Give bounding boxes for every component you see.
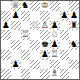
square-a7[interactable] bbox=[1, 11, 11, 21]
white-rook: ♖ bbox=[51, 50, 59, 60]
square-a4[interactable] bbox=[1, 40, 11, 50]
square-g4[interactable] bbox=[60, 40, 70, 50]
black-pawn: ♟ bbox=[41, 50, 49, 60]
black-pawn: ♟ bbox=[51, 40, 59, 50]
white-knight: ♘ bbox=[51, 30, 59, 40]
square-h4[interactable]: ♞ bbox=[69, 40, 79, 50]
white-pawn: ♙ bbox=[41, 21, 49, 31]
square-h1[interactable] bbox=[69, 69, 79, 79]
square-e7[interactable] bbox=[40, 11, 50, 21]
square-g1[interactable] bbox=[60, 69, 70, 79]
square-c4[interactable] bbox=[21, 40, 31, 50]
black-knight: ♞ bbox=[21, 1, 29, 11]
white-knight: ♘ bbox=[31, 21, 39, 31]
square-g6[interactable] bbox=[60, 21, 70, 31]
black-rook: ♜ bbox=[70, 21, 78, 31]
square-g5[interactable] bbox=[60, 30, 70, 40]
square-d7[interactable] bbox=[30, 11, 40, 21]
square-a1[interactable] bbox=[1, 69, 11, 79]
square-g3[interactable] bbox=[60, 50, 70, 60]
square-d1[interactable] bbox=[30, 69, 40, 79]
square-d6[interactable]: ♘ bbox=[30, 21, 40, 31]
square-a2[interactable] bbox=[1, 60, 11, 70]
square-e5[interactable] bbox=[40, 30, 50, 40]
square-h8[interactable] bbox=[69, 1, 79, 11]
black-knight: ♞ bbox=[70, 40, 78, 50]
chess-board: ♕♞♔♟♟♟♟♘♙♟♜♖♘♚♟♞♟♖♟♗ bbox=[1, 1, 79, 79]
square-f5[interactable]: ♘ bbox=[50, 30, 60, 40]
white-bishop: ♗ bbox=[51, 69, 59, 79]
square-d3[interactable] bbox=[30, 50, 40, 60]
square-b4[interactable] bbox=[11, 40, 21, 50]
square-f1[interactable]: ♗ bbox=[50, 69, 60, 79]
square-b3[interactable] bbox=[11, 50, 21, 60]
square-b7[interactable]: ♟ bbox=[11, 11, 21, 21]
square-c6[interactable] bbox=[21, 21, 31, 31]
square-e2[interactable] bbox=[40, 60, 50, 70]
black-pawn: ♟ bbox=[2, 21, 10, 31]
square-a5[interactable] bbox=[1, 30, 11, 40]
square-b5[interactable] bbox=[11, 30, 21, 40]
square-a3[interactable] bbox=[1, 50, 11, 60]
square-f3[interactable]: ♖ bbox=[50, 50, 60, 60]
square-d4[interactable] bbox=[30, 40, 40, 50]
black-pawn: ♟ bbox=[12, 60, 20, 70]
square-a6[interactable]: ♟ bbox=[1, 21, 11, 31]
square-e3[interactable]: ♟ bbox=[40, 50, 50, 60]
square-e6[interactable]: ♙ bbox=[40, 21, 50, 31]
white-rook: ♖ bbox=[21, 30, 29, 40]
black-pawn: ♟ bbox=[51, 21, 59, 31]
square-f2[interactable] bbox=[50, 60, 60, 70]
square-c3[interactable] bbox=[21, 50, 31, 60]
square-g2[interactable] bbox=[60, 60, 70, 70]
black-pawn: ♟ bbox=[70, 11, 78, 21]
square-c2[interactable] bbox=[21, 60, 31, 70]
square-h6[interactable]: ♜ bbox=[69, 21, 79, 31]
square-d2[interactable] bbox=[30, 60, 40, 70]
square-b2[interactable]: ♟ bbox=[11, 60, 21, 70]
square-e4[interactable]: ♚ bbox=[40, 40, 50, 50]
square-f6[interactable]: ♟ bbox=[50, 21, 60, 31]
square-f7[interactable] bbox=[50, 11, 60, 21]
chess-board-frame: ♕♞♔♟♟♟♟♘♙♟♜♖♘♚♟♞♟♖♟♗ bbox=[0, 0, 80, 80]
square-d5[interactable] bbox=[30, 30, 40, 40]
square-g7[interactable]: ♟ bbox=[60, 11, 70, 21]
square-b8[interactable]: ♕ bbox=[11, 1, 21, 11]
black-pawn: ♟ bbox=[60, 11, 68, 21]
square-g8[interactable] bbox=[60, 1, 70, 11]
square-c1[interactable] bbox=[21, 69, 31, 79]
black-pawn: ♟ bbox=[12, 11, 20, 21]
square-h7[interactable]: ♟ bbox=[69, 11, 79, 21]
square-c8[interactable]: ♞ bbox=[21, 1, 31, 11]
square-d8[interactable] bbox=[30, 1, 40, 11]
black-king: ♚ bbox=[41, 40, 49, 50]
white-queen: ♕ bbox=[12, 1, 20, 11]
square-h5[interactable] bbox=[69, 30, 79, 40]
square-h2[interactable] bbox=[69, 60, 79, 70]
square-b1[interactable] bbox=[11, 69, 21, 79]
white-king: ♔ bbox=[41, 1, 49, 11]
square-h3[interactable] bbox=[69, 50, 79, 60]
square-f4[interactable]: ♟ bbox=[50, 40, 60, 50]
square-c5[interactable]: ♖ bbox=[21, 30, 31, 40]
square-a8[interactable] bbox=[1, 1, 11, 11]
square-c7[interactable] bbox=[21, 11, 31, 21]
square-e1[interactable] bbox=[40, 69, 50, 79]
square-b6[interactable] bbox=[11, 21, 21, 31]
square-e8[interactable]: ♔ bbox=[40, 1, 50, 11]
square-f8[interactable] bbox=[50, 1, 60, 11]
